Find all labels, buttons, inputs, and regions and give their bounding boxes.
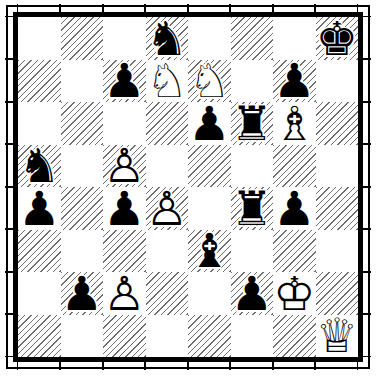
square-h7[interactable] [316, 60, 359, 103]
white-king-g2[interactable]: ♚♔ [273, 272, 316, 315]
frame-ticks-right [363, 16, 371, 359]
square-f6[interactable]: ♜♜ [231, 102, 274, 145]
square-d6[interactable] [146, 102, 189, 145]
square-e2[interactable] [188, 272, 231, 315]
square-h8[interactable]: ♚♚ [316, 17, 359, 60]
square-a4[interactable]: ♟♟ [18, 187, 61, 230]
square-b1[interactable] [61, 315, 104, 358]
white-knight-glyph: ♘ [146, 60, 189, 103]
square-g6[interactable]: ♝♗ [273, 102, 316, 145]
black-pawn-glyph: ♟ [231, 272, 274, 315]
square-b7[interactable] [61, 60, 104, 103]
square-e5[interactable] [188, 145, 231, 188]
black-rook-f4[interactable]: ♜♜ [231, 187, 274, 230]
white-queen-h1[interactable]: ♛♕ [316, 315, 359, 358]
square-d7[interactable]: ♞♘ [146, 60, 189, 103]
white-pawn-c2[interactable]: ♟♙ [103, 272, 146, 315]
square-g4[interactable]: ♟♟ [273, 187, 316, 230]
black-pawn-g4[interactable]: ♟♟ [273, 187, 316, 230]
square-a8[interactable] [18, 17, 61, 60]
black-bishop-e3[interactable]: ♝♝ [188, 230, 231, 273]
square-h4[interactable] [316, 187, 359, 230]
black-pawn-glyph: ♟ [61, 272, 104, 315]
black-pawn-glyph: ♟ [103, 60, 146, 103]
white-knight-d7[interactable]: ♞♘ [146, 60, 189, 103]
black-rook-f6[interactable]: ♜♜ [231, 102, 274, 145]
square-b2[interactable]: ♟♟ [61, 272, 104, 315]
black-pawn-f2[interactable]: ♟♟ [231, 272, 274, 315]
black-pawn-b2[interactable]: ♟♟ [61, 272, 104, 315]
square-c4[interactable]: ♟♟ [103, 187, 146, 230]
black-pawn-a4[interactable]: ♟♟ [18, 187, 61, 230]
square-b8[interactable] [61, 17, 104, 60]
chess-board: ♞♞♚♚♟♟♞♘♞♘♟♟♟♟♜♜♝♗♞♞♟♙♟♟♟♟♟♙♜♜♟♟♝♝♟♟♟♙♟♟… [18, 17, 358, 357]
square-b4[interactable] [61, 187, 104, 230]
square-f2[interactable]: ♟♟ [231, 272, 274, 315]
square-b6[interactable] [61, 102, 104, 145]
black-pawn-glyph: ♟ [103, 187, 146, 230]
square-h1[interactable]: ♛♕ [316, 315, 359, 358]
square-d3[interactable] [146, 230, 189, 273]
square-f4[interactable]: ♜♜ [231, 187, 274, 230]
board-frame: ♞♞♚♚♟♟♞♘♞♘♟♟♟♟♜♜♝♗♞♞♟♙♟♟♟♟♟♙♜♜♟♟♝♝♟♟♟♙♟♟… [13, 12, 363, 362]
square-f8[interactable] [231, 17, 274, 60]
black-pawn-glyph: ♟ [18, 187, 61, 230]
white-pawn-glyph: ♙ [103, 272, 146, 315]
square-g1[interactable] [273, 315, 316, 358]
black-pawn-c7[interactable]: ♟♟ [103, 60, 146, 103]
frame-ticks-left [5, 16, 13, 359]
black-pawn-e6[interactable]: ♟♟ [188, 102, 231, 145]
square-a7[interactable] [18, 60, 61, 103]
frame-ticks-top [17, 4, 360, 12]
square-c2[interactable]: ♟♙ [103, 272, 146, 315]
square-h5[interactable] [316, 145, 359, 188]
square-d2[interactable] [146, 272, 189, 315]
white-queen-glyph: ♕ [316, 315, 359, 358]
square-h6[interactable] [316, 102, 359, 145]
square-d4[interactable]: ♟♙ [146, 187, 189, 230]
square-a3[interactable] [18, 230, 61, 273]
square-d1[interactable] [146, 315, 189, 358]
square-e6[interactable]: ♟♟ [188, 102, 231, 145]
square-f1[interactable] [231, 315, 274, 358]
square-e1[interactable] [188, 315, 231, 358]
black-pawn-glyph: ♟ [188, 102, 231, 145]
white-pawn-d4[interactable]: ♟♙ [146, 187, 189, 230]
square-b5[interactable] [61, 145, 104, 188]
white-king-glyph: ♔ [273, 272, 316, 315]
frame-ticks-bottom [17, 362, 360, 370]
black-rook-glyph: ♜ [231, 187, 274, 230]
white-pawn-glyph: ♙ [146, 187, 189, 230]
black-king-glyph: ♚ [316, 17, 359, 60]
black-pawn-c4[interactable]: ♟♟ [103, 187, 146, 230]
square-a2[interactable] [18, 272, 61, 315]
square-a1[interactable] [18, 315, 61, 358]
square-e3[interactable]: ♝♝ [188, 230, 231, 273]
black-bishop-glyph: ♝ [188, 230, 231, 273]
white-bishop-glyph: ♗ [273, 102, 316, 145]
square-c1[interactable] [103, 315, 146, 358]
chess-diagram: ♞♞♚♚♟♟♞♘♞♘♟♟♟♟♜♜♝♗♞♞♟♙♟♟♟♟♟♙♜♜♟♟♝♝♟♟♟♙♟♟… [0, 0, 377, 376]
square-g2[interactable]: ♚♔ [273, 272, 316, 315]
white-bishop-g6[interactable]: ♝♗ [273, 102, 316, 145]
black-king-h8[interactable]: ♚♚ [316, 17, 359, 60]
square-h3[interactable] [316, 230, 359, 273]
square-c7[interactable]: ♟♟ [103, 60, 146, 103]
black-pawn-glyph: ♟ [273, 187, 316, 230]
black-rook-glyph: ♜ [231, 102, 274, 145]
